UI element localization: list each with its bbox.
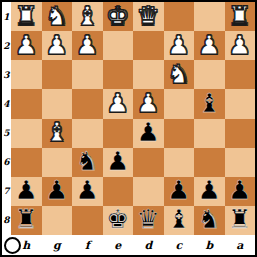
square-g1[interactable]: ♞: [42, 2, 73, 31]
square-f6[interactable]: ♞: [72, 148, 103, 177]
white-king-e1: ♚: [106, 3, 129, 29]
white-pawn-h2: ♟: [15, 32, 38, 58]
white-bishop-f1: ♝: [76, 3, 99, 29]
black-bishop-b4: ♝: [198, 90, 221, 116]
square-c2[interactable]: ♟: [164, 31, 195, 60]
black-pawn-f7: ♟: [76, 177, 99, 203]
white-pawn-a2: ♟: [228, 32, 251, 58]
square-b5[interactable]: [194, 119, 225, 148]
square-c8[interactable]: ♝: [164, 206, 195, 235]
file-labels: hgfedcba: [11, 235, 255, 255]
file-label-e: e: [103, 235, 134, 255]
file-label-g: g: [42, 235, 73, 255]
chess-board-diagram: 12345678 ♜♞♝♚♛♜♟♟♟♟♟♟♞♟♟♝♝♟♞♟♟♟♟♟♟♟♜♚♛♝♞…: [0, 0, 257, 257]
square-d4[interactable]: ♟: [133, 89, 164, 118]
square-f3[interactable]: [72, 60, 103, 89]
square-g4[interactable]: [42, 89, 73, 118]
square-e8[interactable]: ♚: [103, 206, 134, 235]
square-d8[interactable]: ♛: [133, 206, 164, 235]
square-h7[interactable]: ♟: [11, 177, 42, 206]
square-a6[interactable]: [225, 148, 256, 177]
square-g7[interactable]: ♟: [42, 177, 73, 206]
square-h1[interactable]: ♜: [11, 2, 42, 31]
rank-label-6: 6: [2, 148, 11, 177]
rank-labels: 12345678: [2, 2, 11, 235]
square-e6[interactable]: ♟: [103, 148, 134, 177]
square-f1[interactable]: ♝: [72, 2, 103, 31]
rank-label-1: 1: [2, 2, 11, 31]
square-f2[interactable]: ♟: [72, 31, 103, 60]
square-d3[interactable]: [133, 60, 164, 89]
square-b8[interactable]: ♞: [194, 206, 225, 235]
white-knight-c3: ♞: [167, 61, 190, 87]
square-c4[interactable]: [164, 89, 195, 118]
square-c7[interactable]: ♟: [164, 177, 195, 206]
square-b4[interactable]: ♝: [194, 89, 225, 118]
square-f5[interactable]: [72, 119, 103, 148]
black-pawn-c7: ♟: [167, 177, 190, 203]
square-d6[interactable]: [133, 148, 164, 177]
black-queen-d8: ♛: [137, 206, 160, 232]
square-a8[interactable]: ♜: [225, 206, 256, 235]
black-rook-a8: ♜: [228, 206, 251, 232]
black-pawn-h7: ♟: [15, 177, 38, 203]
square-b1[interactable]: [194, 2, 225, 31]
square-e7[interactable]: [103, 177, 134, 206]
square-a1[interactable]: ♜: [225, 2, 256, 31]
square-g6[interactable]: [42, 148, 73, 177]
black-king-e8: ♚: [106, 206, 129, 232]
square-g5[interactable]: ♝: [42, 119, 73, 148]
square-a4[interactable]: [225, 89, 256, 118]
square-g8[interactable]: [42, 206, 73, 235]
square-a2[interactable]: ♟: [225, 31, 256, 60]
black-pawn-g7: ♟: [45, 177, 68, 203]
square-c3[interactable]: ♞: [164, 60, 195, 89]
square-e1[interactable]: ♚: [103, 2, 134, 31]
white-pawn-f2: ♟: [76, 32, 99, 58]
square-h3[interactable]: [11, 60, 42, 89]
square-h5[interactable]: [11, 119, 42, 148]
white-rook-a1: ♜: [228, 3, 251, 29]
white-bishop-g5: ♝: [45, 119, 68, 145]
white-pawn-e4: ♟: [106, 90, 129, 116]
square-c5[interactable]: [164, 119, 195, 148]
black-rook-h8: ♜: [15, 206, 38, 232]
black-pawn-e6: ♟: [106, 148, 129, 174]
square-c6[interactable]: [164, 148, 195, 177]
square-e2[interactable]: [103, 31, 134, 60]
rank-label-7: 7: [2, 177, 11, 206]
square-b3[interactable]: [194, 60, 225, 89]
file-label-f: f: [72, 235, 103, 255]
square-b6[interactable]: [194, 148, 225, 177]
white-pawn-b2: ♟: [198, 32, 221, 58]
square-f4[interactable]: [72, 89, 103, 118]
black-knight-b8: ♞: [198, 206, 221, 232]
square-a3[interactable]: [225, 60, 256, 89]
file-label-d: d: [133, 235, 164, 255]
black-pawn-a7: ♟: [228, 177, 251, 203]
square-e4[interactable]: ♟: [103, 89, 134, 118]
rank-label-4: 4: [2, 89, 11, 118]
square-b7[interactable]: ♟: [194, 177, 225, 206]
file-label-b: b: [194, 235, 225, 255]
square-c1[interactable]: [164, 2, 195, 31]
black-pawn-d5: ♟: [137, 119, 160, 145]
square-h4[interactable]: [11, 89, 42, 118]
file-label-c: c: [164, 235, 195, 255]
square-a7[interactable]: ♟: [225, 177, 256, 206]
square-g3[interactable]: [42, 60, 73, 89]
black-pawn-b7: ♟: [198, 177, 221, 203]
square-d7[interactable]: [133, 177, 164, 206]
square-d5[interactable]: ♟: [133, 119, 164, 148]
square-e3[interactable]: [103, 60, 134, 89]
white-to-move-indicator: [4, 237, 21, 254]
board: ♜♞♝♚♛♜♟♟♟♟♟♟♞♟♟♝♝♟♞♟♟♟♟♟♟♟♜♚♛♝♞♜: [11, 2, 255, 235]
square-h8[interactable]: ♜: [11, 206, 42, 235]
square-h2[interactable]: ♟: [11, 31, 42, 60]
square-a5[interactable]: [225, 119, 256, 148]
square-b2[interactable]: ♟: [194, 31, 225, 60]
square-e5[interactable]: [103, 119, 134, 148]
rank-label-8: 8: [2, 206, 11, 235]
rank-label-5: 5: [2, 119, 11, 148]
square-f8[interactable]: [72, 206, 103, 235]
white-pawn-d4: ♟: [137, 90, 160, 116]
square-g2[interactable]: ♟: [42, 31, 73, 60]
square-h6[interactable]: [11, 148, 42, 177]
white-pawn-c2: ♟: [167, 32, 190, 58]
black-bishop-c8: ♝: [167, 206, 190, 232]
square-d1[interactable]: ♛: [133, 2, 164, 31]
file-label-a: a: [225, 235, 256, 255]
rank-label-2: 2: [2, 31, 11, 60]
white-knight-g1: ♞: [45, 3, 68, 29]
rank-label-3: 3: [2, 60, 11, 89]
square-f7[interactable]: ♟: [72, 177, 103, 206]
white-pawn-g2: ♟: [45, 32, 68, 58]
black-knight-f6: ♞: [76, 148, 99, 174]
white-queen-d1: ♛: [137, 3, 160, 29]
white-rook-h1: ♜: [15, 3, 38, 29]
square-d2[interactable]: [133, 31, 164, 60]
